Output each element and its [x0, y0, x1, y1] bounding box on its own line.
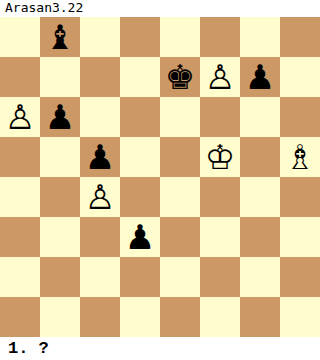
square-f5[interactable]: ♔ [200, 137, 240, 177]
square-e7[interactable]: ♚ [160, 57, 200, 97]
square-e8[interactable] [160, 17, 200, 57]
black-king[interactable]: ♚ [165, 60, 195, 94]
square-d4[interactable] [120, 177, 160, 217]
square-f3[interactable] [200, 217, 240, 257]
square-g1[interactable] [240, 297, 280, 337]
black-pawn[interactable]: ♟ [125, 220, 155, 254]
black-pawn[interactable]: ♟ [45, 100, 75, 134]
square-f8[interactable] [200, 17, 240, 57]
square-f6[interactable] [200, 97, 240, 137]
square-f7[interactable]: ♙ [200, 57, 240, 97]
square-g2[interactable] [240, 257, 280, 297]
square-h1[interactable] [280, 297, 320, 337]
square-a3[interactable] [0, 217, 40, 257]
square-h7[interactable] [280, 57, 320, 97]
square-e4[interactable] [160, 177, 200, 217]
square-b2[interactable] [40, 257, 80, 297]
square-f4[interactable] [200, 177, 240, 217]
square-c3[interactable] [80, 217, 120, 257]
square-a8[interactable] [0, 17, 40, 57]
square-a5[interactable] [0, 137, 40, 177]
chess-gui-window: Arasan3.22 ♝♚♙♟♙♟♟♔♗♙♟ 1. ? [0, 0, 320, 360]
square-c6[interactable] [80, 97, 120, 137]
square-f2[interactable] [200, 257, 240, 297]
square-b6[interactable]: ♟ [40, 97, 80, 137]
square-c2[interactable] [80, 257, 120, 297]
square-g4[interactable] [240, 177, 280, 217]
square-e3[interactable] [160, 217, 200, 257]
square-h6[interactable] [280, 97, 320, 137]
square-b1[interactable] [40, 297, 80, 337]
black-bishop[interactable]: ♝ [45, 20, 75, 54]
square-d1[interactable] [120, 297, 160, 337]
square-b3[interactable] [40, 217, 80, 257]
square-a6[interactable]: ♙ [0, 97, 40, 137]
square-h8[interactable] [280, 17, 320, 57]
white-king[interactable]: ♔ [205, 140, 235, 174]
square-g6[interactable] [240, 97, 280, 137]
square-e5[interactable] [160, 137, 200, 177]
chess-board: ♝♚♙♟♙♟♟♔♗♙♟ [0, 17, 320, 337]
square-b8[interactable]: ♝ [40, 17, 80, 57]
square-d8[interactable] [120, 17, 160, 57]
square-e1[interactable] [160, 297, 200, 337]
square-g8[interactable] [240, 17, 280, 57]
white-pawn[interactable]: ♙ [85, 180, 115, 214]
square-c4[interactable]: ♙ [80, 177, 120, 217]
square-d7[interactable] [120, 57, 160, 97]
square-b7[interactable] [40, 57, 80, 97]
square-c7[interactable] [80, 57, 120, 97]
square-c1[interactable] [80, 297, 120, 337]
square-c5[interactable]: ♟ [80, 137, 120, 177]
square-h4[interactable] [280, 177, 320, 217]
white-bishop[interactable]: ♗ [285, 140, 315, 174]
square-g5[interactable] [240, 137, 280, 177]
square-h5[interactable]: ♗ [280, 137, 320, 177]
square-a1[interactable] [0, 297, 40, 337]
square-d3[interactable]: ♟ [120, 217, 160, 257]
white-pawn[interactable]: ♙ [205, 60, 235, 94]
square-c8[interactable] [80, 17, 120, 57]
square-a2[interactable] [0, 257, 40, 297]
square-b4[interactable] [40, 177, 80, 217]
engine-title: Arasan3.22 [0, 0, 320, 17]
square-e6[interactable] [160, 97, 200, 137]
square-h2[interactable] [280, 257, 320, 297]
white-pawn[interactable]: ♙ [5, 100, 35, 134]
square-d5[interactable] [120, 137, 160, 177]
square-a4[interactable] [0, 177, 40, 217]
square-g7[interactable]: ♟ [240, 57, 280, 97]
square-f1[interactable] [200, 297, 240, 337]
black-pawn[interactable]: ♟ [245, 60, 275, 94]
move-prompt: 1. ? [0, 337, 320, 360]
square-e2[interactable] [160, 257, 200, 297]
square-a7[interactable] [0, 57, 40, 97]
square-d2[interactable] [120, 257, 160, 297]
square-b5[interactable] [40, 137, 80, 177]
square-d6[interactable] [120, 97, 160, 137]
square-h3[interactable] [280, 217, 320, 257]
black-pawn[interactable]: ♟ [85, 140, 115, 174]
square-g3[interactable] [240, 217, 280, 257]
